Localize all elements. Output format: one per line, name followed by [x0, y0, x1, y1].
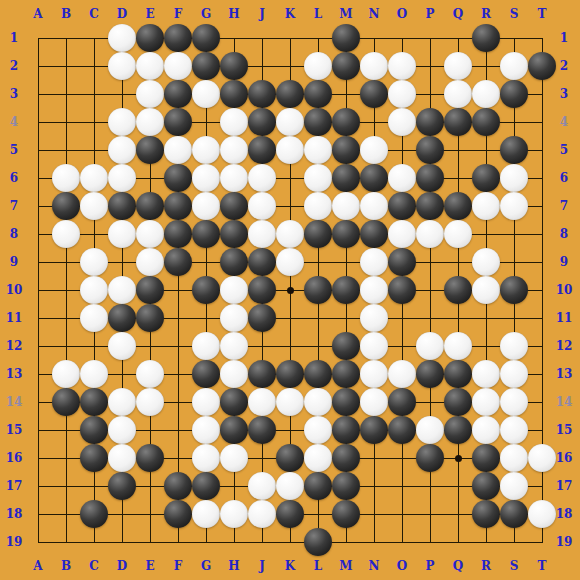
stone-G8[interactable] [192, 220, 220, 248]
stone-M15[interactable] [332, 416, 360, 444]
stone-N7[interactable] [360, 192, 388, 220]
stone-J15[interactable] [248, 416, 276, 444]
row-label-right-17: 17 [556, 479, 573, 493]
stone-F8[interactable] [164, 220, 192, 248]
star-point-Q16 [455, 455, 462, 462]
stone-R14[interactable] [472, 388, 500, 416]
stone-D1[interactable] [108, 24, 136, 52]
stone-L16[interactable] [304, 444, 332, 472]
stone-P8[interactable] [416, 220, 444, 248]
stone-L10[interactable] [304, 276, 332, 304]
stone-R15[interactable] [472, 416, 500, 444]
row-label-right-2: 2 [560, 59, 568, 73]
stone-S2[interactable] [500, 52, 528, 80]
stone-K4[interactable] [276, 108, 304, 136]
stone-H14[interactable] [220, 388, 248, 416]
stone-J4[interactable] [248, 108, 276, 136]
stone-O13[interactable] [388, 360, 416, 388]
stone-M7[interactable] [332, 192, 360, 220]
stone-H9[interactable] [220, 248, 248, 276]
stone-C7[interactable] [80, 192, 108, 220]
stone-D14[interactable] [108, 388, 136, 416]
stone-F18[interactable] [164, 500, 192, 528]
stone-B8[interactable] [52, 220, 80, 248]
stone-G12[interactable] [192, 332, 220, 360]
col-label-bottom-J: J [259, 559, 265, 573]
stone-M10[interactable] [332, 276, 360, 304]
col-label-bottom-D: D [117, 559, 127, 573]
stone-G13[interactable] [192, 360, 220, 388]
stone-O8[interactable] [388, 220, 416, 248]
row-label-left-1: 1 [10, 31, 18, 45]
stone-D4[interactable] [108, 108, 136, 136]
star-point-K10 [287, 287, 294, 294]
stone-G15[interactable] [192, 416, 220, 444]
stone-L3[interactable] [304, 80, 332, 108]
row-label-right-9: 9 [560, 255, 568, 269]
grid-hline [38, 542, 543, 543]
stone-N5[interactable] [360, 136, 388, 164]
stone-F4[interactable] [164, 108, 192, 136]
stone-L13[interactable] [304, 360, 332, 388]
col-label-bottom-L: L [314, 559, 322, 573]
row-label-right-11: 11 [556, 311, 573, 325]
stone-K3[interactable] [276, 80, 304, 108]
stone-H13[interactable] [220, 360, 248, 388]
row-label-left-12: 12 [6, 339, 23, 353]
stone-J17[interactable] [248, 472, 276, 500]
stone-D17[interactable] [108, 472, 136, 500]
stone-S14[interactable] [500, 388, 528, 416]
row-label-right-6: 6 [560, 171, 568, 185]
stone-M18[interactable] [332, 500, 360, 528]
stone-C14[interactable] [80, 388, 108, 416]
col-label-bottom-C: C [89, 559, 99, 573]
stone-D8[interactable] [108, 220, 136, 248]
stone-H8[interactable] [220, 220, 248, 248]
col-label-top-H: H [228, 7, 239, 21]
row-label-left-2: 2 [10, 59, 18, 73]
stone-J14[interactable] [248, 388, 276, 416]
stone-H4[interactable] [220, 108, 248, 136]
stone-D15[interactable] [108, 416, 136, 444]
stone-H7[interactable] [220, 192, 248, 220]
stone-G17[interactable] [192, 472, 220, 500]
stone-O15[interactable] [388, 416, 416, 444]
stone-M13[interactable] [332, 360, 360, 388]
stone-D2[interactable] [108, 52, 136, 80]
row-label-right-15: 15 [556, 423, 573, 437]
row-label-left-9: 9 [10, 255, 18, 269]
stone-Q2[interactable] [444, 52, 472, 80]
stone-J11[interactable] [248, 304, 276, 332]
stone-L5[interactable] [304, 136, 332, 164]
stone-B7[interactable] [52, 192, 80, 220]
stone-S16[interactable] [500, 444, 528, 472]
col-label-top-B: B [61, 7, 71, 21]
stone-Q14[interactable] [444, 388, 472, 416]
stone-J13[interactable] [248, 360, 276, 388]
stone-S18[interactable] [500, 500, 528, 528]
stone-H15[interactable] [220, 416, 248, 444]
stone-C10[interactable] [80, 276, 108, 304]
row-label-left-3: 3 [10, 87, 18, 101]
row-label-right-7: 7 [560, 199, 568, 213]
stone-R3[interactable] [472, 80, 500, 108]
stone-N10[interactable] [360, 276, 388, 304]
col-label-top-Q: Q [453, 7, 463, 21]
stone-M14[interactable] [332, 388, 360, 416]
stone-J7[interactable] [248, 192, 276, 220]
stone-L15[interactable] [304, 416, 332, 444]
col-label-top-G: G [201, 7, 211, 21]
row-label-left-7: 7 [10, 199, 18, 213]
stone-L17[interactable] [304, 472, 332, 500]
col-label-top-A: A [33, 7, 42, 21]
row-label-right-18: 18 [556, 507, 573, 521]
stone-H10[interactable] [220, 276, 248, 304]
stone-E2[interactable] [136, 52, 164, 80]
stone-D16[interactable] [108, 444, 136, 472]
stone-Q8[interactable] [444, 220, 472, 248]
col-label-bottom-G: G [201, 559, 211, 573]
stone-S6[interactable] [500, 164, 528, 192]
stone-E5[interactable] [136, 136, 164, 164]
row-label-left-5: 5 [10, 143, 18, 157]
stone-O9[interactable] [388, 248, 416, 276]
stone-K16[interactable] [276, 444, 304, 472]
stone-L7[interactable] [304, 192, 332, 220]
stone-D11[interactable] [108, 304, 136, 332]
col-label-bottom-S: S [510, 559, 519, 573]
stone-K5[interactable] [276, 136, 304, 164]
stone-M1[interactable] [332, 24, 360, 52]
col-label-bottom-K: K [285, 559, 295, 573]
col-label-bottom-B: B [61, 559, 71, 573]
row-label-right-4: 4 [560, 115, 568, 129]
stone-Q15[interactable] [444, 416, 472, 444]
stone-P5[interactable] [416, 136, 444, 164]
go-board[interactable]: AABBCCDDEEFFGGHHJJKKLLMMNNOOPPQQRRSSTT11… [0, 0, 580, 580]
stone-N3[interactable] [360, 80, 388, 108]
stone-F5[interactable] [164, 136, 192, 164]
col-label-bottom-Q: Q [453, 559, 463, 573]
stone-N6[interactable] [360, 164, 388, 192]
stone-S13[interactable] [500, 360, 528, 388]
stone-E7[interactable] [136, 192, 164, 220]
stone-P4[interactable] [416, 108, 444, 136]
row-label-left-8: 8 [10, 227, 18, 241]
stone-R18[interactable] [472, 500, 500, 528]
col-label-top-D: D [117, 7, 127, 21]
stone-D12[interactable] [108, 332, 136, 360]
col-label-bottom-O: O [397, 559, 407, 573]
stone-P6[interactable] [416, 164, 444, 192]
row-label-left-18: 18 [6, 507, 23, 521]
stone-H5[interactable] [220, 136, 248, 164]
stone-D6[interactable] [108, 164, 136, 192]
stone-T16[interactable] [528, 444, 556, 472]
stone-F7[interactable] [164, 192, 192, 220]
stone-P12[interactable] [416, 332, 444, 360]
stone-M4[interactable] [332, 108, 360, 136]
stone-B14[interactable] [52, 388, 80, 416]
col-label-bottom-T: T [538, 559, 547, 573]
stone-G18[interactable] [192, 500, 220, 528]
stone-E8[interactable] [136, 220, 164, 248]
stone-D10[interactable] [108, 276, 136, 304]
stone-N14[interactable] [360, 388, 388, 416]
stone-S5[interactable] [500, 136, 528, 164]
row-label-left-14: 14 [6, 395, 23, 409]
stone-O14[interactable] [388, 388, 416, 416]
stone-R17[interactable] [472, 472, 500, 500]
stone-K8[interactable] [276, 220, 304, 248]
stone-M8[interactable] [332, 220, 360, 248]
stone-J6[interactable] [248, 164, 276, 192]
stone-H11[interactable] [220, 304, 248, 332]
stone-C15[interactable] [80, 416, 108, 444]
row-label-left-4: 4 [10, 115, 18, 129]
stone-G14[interactable] [192, 388, 220, 416]
col-label-bottom-N: N [369, 559, 380, 573]
stone-N11[interactable] [360, 304, 388, 332]
row-label-right-3: 3 [560, 87, 568, 101]
stone-N15[interactable] [360, 416, 388, 444]
stone-J18[interactable] [248, 500, 276, 528]
stone-H16[interactable] [220, 444, 248, 472]
stone-G3[interactable] [192, 80, 220, 108]
stone-P13[interactable] [416, 360, 444, 388]
row-label-right-16: 16 [556, 451, 573, 465]
stone-J9[interactable] [248, 248, 276, 276]
stone-N8[interactable] [360, 220, 388, 248]
col-label-bottom-F: F [174, 559, 183, 573]
stone-J10[interactable] [248, 276, 276, 304]
stone-R9[interactable] [472, 248, 500, 276]
stone-L19[interactable] [304, 528, 332, 556]
col-label-bottom-H: H [228, 559, 239, 573]
col-label-top-F: F [174, 7, 183, 21]
stone-R4[interactable] [472, 108, 500, 136]
stone-E11[interactable] [136, 304, 164, 332]
stone-F3[interactable] [164, 80, 192, 108]
stone-E4[interactable] [136, 108, 164, 136]
stone-K9[interactable] [276, 248, 304, 276]
stone-H6[interactable] [220, 164, 248, 192]
stone-C6[interactable] [80, 164, 108, 192]
stone-J5[interactable] [248, 136, 276, 164]
stone-N9[interactable] [360, 248, 388, 276]
stone-R16[interactable] [472, 444, 500, 472]
stone-R6[interactable] [472, 164, 500, 192]
stone-H12[interactable] [220, 332, 248, 360]
stone-J8[interactable] [248, 220, 276, 248]
stone-D5[interactable] [108, 136, 136, 164]
col-label-bottom-M: M [339, 559, 352, 573]
stone-O3[interactable] [388, 80, 416, 108]
stone-F2[interactable] [164, 52, 192, 80]
col-label-top-P: P [425, 7, 434, 21]
stone-T18[interactable] [528, 500, 556, 528]
stone-S7[interactable] [500, 192, 528, 220]
stone-S12[interactable] [500, 332, 528, 360]
stone-T2[interactable] [528, 52, 556, 80]
row-label-left-17: 17 [6, 479, 23, 493]
row-label-right-1: 1 [560, 31, 568, 45]
stone-O2[interactable] [388, 52, 416, 80]
stone-E14[interactable] [136, 388, 164, 416]
col-label-top-J: J [259, 7, 265, 21]
col-label-top-S: S [510, 7, 519, 21]
stone-G7[interactable] [192, 192, 220, 220]
stone-R13[interactable] [472, 360, 500, 388]
stone-S15[interactable] [500, 416, 528, 444]
stone-L4[interactable] [304, 108, 332, 136]
stone-D7[interactable] [108, 192, 136, 220]
stone-Q7[interactable] [444, 192, 472, 220]
stone-E1[interactable] [136, 24, 164, 52]
stone-P15[interactable] [416, 416, 444, 444]
row-label-left-11: 11 [6, 311, 23, 325]
stone-F1[interactable] [164, 24, 192, 52]
stone-F9[interactable] [164, 248, 192, 276]
stone-R1[interactable] [472, 24, 500, 52]
col-label-top-E: E [145, 7, 154, 21]
stone-M12[interactable] [332, 332, 360, 360]
stone-O4[interactable] [388, 108, 416, 136]
stone-G1[interactable] [192, 24, 220, 52]
stone-C18[interactable] [80, 500, 108, 528]
stone-L6[interactable] [304, 164, 332, 192]
stone-Q3[interactable] [444, 80, 472, 108]
row-label-left-6: 6 [10, 171, 18, 185]
col-label-bottom-E: E [145, 559, 154, 573]
stone-H2[interactable] [220, 52, 248, 80]
stone-M17[interactable] [332, 472, 360, 500]
row-label-left-10: 10 [6, 283, 23, 297]
stone-C9[interactable] [80, 248, 108, 276]
stone-B6[interactable] [52, 164, 80, 192]
stone-Q10[interactable] [444, 276, 472, 304]
stone-K18[interactable] [276, 500, 304, 528]
stone-Q4[interactable] [444, 108, 472, 136]
stone-G2[interactable] [192, 52, 220, 80]
row-label-left-16: 16 [6, 451, 23, 465]
stone-N12[interactable] [360, 332, 388, 360]
row-label-left-19: 19 [6, 535, 23, 549]
stone-M2[interactable] [332, 52, 360, 80]
stone-H3[interactable] [220, 80, 248, 108]
stone-M6[interactable] [332, 164, 360, 192]
stone-H18[interactable] [220, 500, 248, 528]
stone-M5[interactable] [332, 136, 360, 164]
stone-M16[interactable] [332, 444, 360, 472]
stone-R10[interactable] [472, 276, 500, 304]
col-label-bottom-R: R [481, 559, 491, 573]
stone-S17[interactable] [500, 472, 528, 500]
col-label-top-T: T [538, 7, 547, 21]
stone-R7[interactable] [472, 192, 500, 220]
row-label-right-13: 13 [556, 367, 573, 381]
row-label-right-10: 10 [556, 283, 573, 297]
col-label-top-M: M [339, 7, 352, 21]
col-label-top-R: R [481, 7, 491, 21]
stone-J3[interactable] [248, 80, 276, 108]
stone-K17[interactable] [276, 472, 304, 500]
stone-S10[interactable] [500, 276, 528, 304]
row-label-right-19: 19 [556, 535, 573, 549]
stone-Q13[interactable] [444, 360, 472, 388]
stone-N13[interactable] [360, 360, 388, 388]
row-label-right-8: 8 [560, 227, 568, 241]
stone-L14[interactable] [304, 388, 332, 416]
row-label-right-12: 12 [556, 339, 573, 353]
row-label-right-14: 14 [556, 395, 573, 409]
stone-O10[interactable] [388, 276, 416, 304]
stone-G6[interactable] [192, 164, 220, 192]
row-label-left-13: 13 [6, 367, 23, 381]
col-label-top-L: L [314, 7, 322, 21]
col-label-top-C: C [89, 7, 99, 21]
stone-O6[interactable] [388, 164, 416, 192]
col-label-top-K: K [285, 7, 295, 21]
stone-C13[interactable] [80, 360, 108, 388]
stone-F6[interactable] [164, 164, 192, 192]
col-label-bottom-P: P [425, 559, 434, 573]
stone-Q12[interactable] [444, 332, 472, 360]
stone-O7[interactable] [388, 192, 416, 220]
stone-K14[interactable] [276, 388, 304, 416]
stone-C11[interactable] [80, 304, 108, 332]
stone-L8[interactable] [304, 220, 332, 248]
col-label-top-N: N [369, 7, 380, 21]
col-label-bottom-A: A [33, 559, 42, 573]
stone-C16[interactable] [80, 444, 108, 472]
stone-E3[interactable] [136, 80, 164, 108]
stone-B13[interactable] [52, 360, 80, 388]
stone-N2[interactable] [360, 52, 388, 80]
stone-E9[interactable] [136, 248, 164, 276]
stone-S3[interactable] [500, 80, 528, 108]
col-label-top-O: O [397, 7, 407, 21]
stone-L2[interactable] [304, 52, 332, 80]
stone-P7[interactable] [416, 192, 444, 220]
stone-E13[interactable] [136, 360, 164, 388]
stone-F17[interactable] [164, 472, 192, 500]
stone-G5[interactable] [192, 136, 220, 164]
row-label-left-15: 15 [6, 423, 23, 437]
stone-P16[interactable] [416, 444, 444, 472]
stone-G10[interactable] [192, 276, 220, 304]
stone-E16[interactable] [136, 444, 164, 472]
stone-G16[interactable] [192, 444, 220, 472]
stone-K13[interactable] [276, 360, 304, 388]
row-label-right-5: 5 [560, 143, 568, 157]
stone-E10[interactable] [136, 276, 164, 304]
